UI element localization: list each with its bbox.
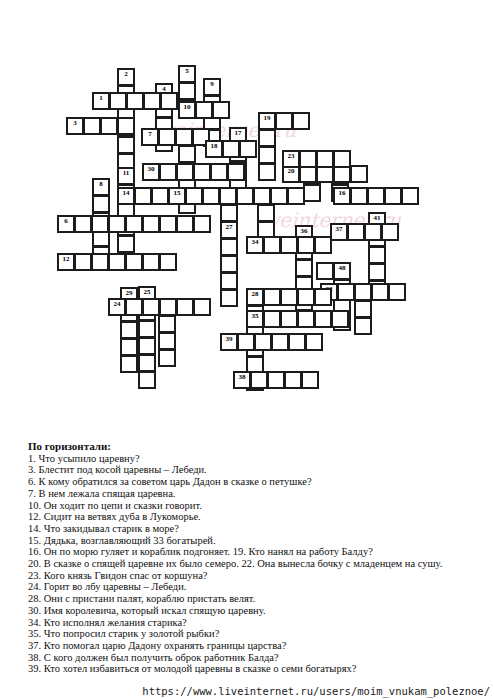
crossword-cell[interactable]: [333, 150, 351, 168]
crossword-cell[interactable]: [158, 315, 176, 333]
crossword-cell[interactable]: [270, 187, 288, 205]
clue-number: 5: [180, 68, 194, 75]
crossword-cell[interactable]: [280, 310, 298, 328]
crossword-cell[interactable]: [193, 163, 211, 181]
crossword-cell[interactable]: [120, 321, 138, 339]
crossword-cell[interactable]: [368, 246, 386, 264]
clue-line: 34. Кто исполнял желания старика?: [28, 617, 480, 629]
crossword-cell[interactable]: [384, 187, 402, 205]
crossword-cell[interactable]: [143, 92, 161, 110]
crossword-cell[interactable]: 12: [57, 253, 75, 271]
clue-number: 30: [144, 166, 158, 173]
clue-number: 3: [68, 120, 82, 127]
crossword-cell[interactable]: [74, 215, 92, 233]
crossword-cell[interactable]: 2: [117, 68, 135, 86]
crossword-cell[interactable]: [74, 253, 92, 271]
clue-number: 11: [119, 170, 133, 177]
crossword-cell[interactable]: [280, 236, 298, 254]
crossword-cell[interactable]: [210, 163, 228, 181]
crossword-cell[interactable]: [253, 187, 271, 205]
crossword-cell[interactable]: [367, 187, 385, 205]
crossword-cell[interactable]: [303, 184, 321, 202]
clue-number: 29: [122, 290, 136, 297]
crossword-cell[interactable]: [236, 187, 254, 205]
clue-line: 15. Дядька, возглавляющий 33 богатырей.: [28, 535, 480, 547]
crossword-cell[interactable]: 16: [333, 187, 351, 205]
crossword-cell[interactable]: [108, 253, 126, 271]
crossword-cell[interactable]: [125, 215, 143, 233]
crossword-cell[interactable]: [254, 333, 272, 351]
crossword-cell[interactable]: [178, 145, 196, 163]
clue-line: 6. К кому обратился за советом царь Дадо…: [28, 476, 480, 488]
crossword-cell[interactable]: 38: [233, 371, 251, 389]
crossword-cell[interactable]: [220, 289, 238, 307]
crossword-cell[interactable]: [350, 165, 368, 183]
clue-number: 14: [119, 190, 133, 197]
crossword-cell[interactable]: [284, 371, 302, 389]
crossword-cell[interactable]: [280, 288, 298, 306]
crossword-cell[interactable]: [176, 163, 194, 181]
clue-number: 23: [284, 153, 298, 160]
crossword-cell[interactable]: [263, 288, 281, 306]
clue-line: 1. Что усыпило царевну?: [28, 453, 480, 465]
crossword-cell[interactable]: [297, 310, 315, 328]
crossword-cell[interactable]: [176, 298, 194, 316]
crossword-cell[interactable]: [159, 298, 177, 316]
crossword-cell[interactable]: [350, 187, 368, 205]
crossword-cell[interactable]: [142, 253, 160, 271]
crossword-cell[interactable]: [158, 332, 176, 350]
clue-line: 28. Они с пристани палят, кораблю приста…: [28, 593, 480, 605]
crossword-cell[interactable]: [117, 235, 135, 253]
crossword-cell[interactable]: [314, 288, 332, 306]
crossword-cell[interactable]: [195, 101, 213, 119]
crossword-cell[interactable]: [220, 204, 238, 222]
crossword-cell[interactable]: 48: [333, 262, 351, 280]
crossword-cell[interactable]: 27: [220, 221, 238, 239]
crossword-cell[interactable]: 28: [246, 288, 264, 306]
clue-line: 35. Что попросил старик у золотой рыбки?: [28, 628, 480, 640]
crossword-cell[interactable]: [239, 140, 257, 158]
crossword-cell[interactable]: [125, 253, 143, 271]
crossword-cell[interactable]: [158, 128, 176, 146]
crossword-cell[interactable]: [138, 371, 156, 389]
crossword-cell[interactable]: [305, 333, 323, 351]
crossword-cell[interactable]: [117, 117, 135, 135]
crossword-cell[interactable]: [158, 349, 176, 367]
crossword-cell[interactable]: [83, 117, 101, 135]
crossword-cell[interactable]: [258, 163, 276, 181]
crossword-cell[interactable]: 19: [258, 112, 276, 130]
crossword-cell[interactable]: 35: [246, 310, 264, 328]
crossword-cell[interactable]: [237, 333, 255, 351]
clue-number: 16: [335, 190, 349, 197]
crossword-cell[interactable]: 11: [117, 167, 135, 185]
clue-number: 20: [284, 168, 298, 175]
crossword-cell[interactable]: 7: [141, 128, 159, 146]
crossword-cell[interactable]: 8: [92, 178, 110, 196]
crossword-cell[interactable]: [151, 187, 169, 205]
crossword-cell[interactable]: [354, 300, 372, 318]
crossword-cell[interactable]: 1: [92, 92, 110, 110]
crossword-cell[interactable]: [108, 215, 126, 233]
crossword-cell[interactable]: [178, 82, 196, 100]
clue-number: 41: [370, 215, 384, 222]
clue-line: 37. Кто помогал царю Дадону охранять гра…: [28, 640, 480, 652]
crossword-cell[interactable]: 37: [330, 223, 348, 241]
crossword-cell[interactable]: [314, 310, 332, 328]
crossword-cell[interactable]: [138, 337, 156, 355]
clue-line: 39. Кто хотел избавиться от молодой царе…: [28, 663, 480, 675]
crossword-cell[interactable]: 30: [142, 163, 160, 181]
crossword-cell[interactable]: [297, 288, 315, 306]
crossword-cell[interactable]: 15: [168, 187, 186, 205]
clue-number: 35: [248, 313, 262, 320]
crossword-cell[interactable]: [176, 215, 194, 233]
crossword-cell[interactable]: 5: [178, 65, 196, 83]
clue-line: 38. С кого должен был получить оброк раб…: [28, 652, 480, 664]
crossword-cell[interactable]: [92, 195, 110, 213]
crossword-cell[interactable]: [120, 338, 138, 356]
crossword-cell[interactable]: [316, 150, 334, 168]
crossword-cell[interactable]: [337, 283, 355, 301]
crossword-cell[interactable]: [193, 215, 211, 233]
crossword-cell[interactable]: [120, 355, 138, 373]
clue-number: 9: [205, 81, 219, 88]
crossword-cell[interactable]: [175, 128, 193, 146]
clue-number: 36: [297, 228, 311, 235]
crossword-cell[interactable]: [220, 272, 238, 290]
clue-number: 6: [59, 218, 73, 225]
crossword-cell[interactable]: [126, 92, 144, 110]
clue-number: 27: [222, 224, 236, 231]
clue-number: 15: [170, 190, 184, 197]
clue-number: 8: [94, 181, 108, 188]
crossword-cell[interactable]: [117, 136, 135, 154]
crossword-cell[interactable]: [354, 317, 372, 335]
crossword-cell[interactable]: [295, 259, 313, 277]
crossword-cell[interactable]: [159, 215, 177, 233]
crossword-cell[interactable]: [219, 187, 237, 205]
crossword-cell[interactable]: [263, 236, 281, 254]
crossword-cell[interactable]: [258, 146, 276, 164]
crossword-cell[interactable]: [292, 112, 310, 130]
crossword-cell[interactable]: 6: [57, 215, 75, 233]
crossword-cell[interactable]: [202, 187, 220, 205]
crossword-cell[interactable]: [257, 204, 275, 222]
crossword-cell[interactable]: [250, 371, 268, 389]
crossword-cell[interactable]: [222, 140, 240, 158]
crossword-cell[interactable]: [138, 320, 156, 338]
crossword-cell[interactable]: [371, 283, 389, 301]
clue-line: 30. Имя королевича, который искал спящую…: [28, 605, 480, 617]
crossword-cell[interactable]: 9: [203, 78, 221, 96]
crossword-cell[interactable]: [388, 283, 406, 301]
clue-number: 10: [180, 104, 194, 111]
crossword-cell[interactable]: [159, 163, 177, 181]
clue-number: 19: [260, 115, 274, 122]
crossword-cell[interactable]: 3: [66, 117, 84, 135]
crossword-cell[interactable]: [134, 187, 152, 205]
crossword-cell[interactable]: [212, 101, 230, 119]
crossword-cell[interactable]: [227, 163, 245, 181]
crossword-cell[interactable]: [100, 117, 118, 135]
crossword-cell[interactable]: [297, 236, 315, 254]
crossword-cell[interactable]: [331, 310, 349, 328]
clue-number: 37: [332, 226, 346, 233]
clue-number: 17: [231, 130, 245, 137]
crossword-cell[interactable]: [263, 310, 281, 328]
crossword-cell[interactable]: [91, 253, 109, 271]
clue-line: 12. Сидит на ветвях дуба в Лукоморье.: [28, 511, 480, 523]
clue-line: 20. В сказке о спящей царевне их было се…: [28, 558, 480, 570]
crossword-cell[interactable]: 14: [117, 187, 135, 205]
crossword-cell[interactable]: [109, 92, 127, 110]
crossword-cell[interactable]: [142, 298, 160, 316]
crossword-cell[interactable]: [368, 263, 386, 281]
crossword-cell[interactable]: [401, 187, 419, 205]
crossword-cell[interactable]: 23: [282, 150, 300, 168]
crossword-cell[interactable]: [138, 354, 156, 372]
crossword-cell[interactable]: [381, 223, 399, 241]
crossword-cell[interactable]: [193, 298, 211, 316]
crossword-cell[interactable]: [91, 215, 109, 233]
crossword-cell[interactable]: [287, 187, 305, 205]
clue-number: 34: [248, 239, 262, 246]
crossword-cell[interactable]: 24: [108, 298, 126, 316]
crossword-cell[interactable]: [288, 333, 306, 351]
crossword-cell[interactable]: 39: [220, 333, 238, 351]
clue-number: 28: [248, 291, 262, 298]
crossword-cell[interactable]: [125, 298, 143, 316]
crossword-cell[interactable]: [271, 333, 289, 351]
clue-number: 12: [59, 256, 73, 263]
source-url: https://www.liveinternet.ru/users/moim_v…: [142, 685, 490, 697]
crossword-cell[interactable]: [301, 371, 319, 389]
clue-line: 3. Блестит под косой царевны – Лебеди.: [28, 464, 480, 476]
crossword-cell[interactable]: [267, 371, 285, 389]
crossword-cell[interactable]: [347, 223, 365, 241]
clue-number: 24: [110, 301, 124, 308]
crossword-cell[interactable]: [220, 255, 238, 273]
clue-line: 10. Он ходит по цепи и сказки говорит.: [28, 500, 480, 512]
clues-section: По горизонтали: 1. Что усыпило царевну?3…: [28, 441, 480, 675]
clue-number: 25: [140, 289, 154, 296]
clue-line: 7. В нем лежала спящая царевна.: [28, 488, 480, 500]
crossword-cell[interactable]: 34: [246, 236, 264, 254]
clue-line: 14. Что закидывал старик в море?: [28, 523, 480, 535]
crossword-cell[interactable]: 10: [178, 101, 196, 119]
crossword-cell[interactable]: [185, 187, 203, 205]
clue-line: 24. Горит во лбу царевны – Лебеди.: [28, 581, 480, 593]
crossword-cell[interactable]: [316, 262, 334, 280]
clue-number: 1: [94, 95, 108, 102]
clue-number: 7: [143, 131, 157, 138]
clue-line: 23. Кого князь Гвидон спас от коршуна?: [28, 570, 480, 582]
crossword-cell[interactable]: [354, 283, 372, 301]
crossword-cell[interactable]: [275, 112, 293, 130]
clue-number: 48: [335, 265, 349, 272]
crossword-cell[interactable]: 18: [205, 140, 223, 158]
clues-header: По горизонтали:: [28, 441, 480, 453]
crossword-cell[interactable]: [142, 215, 160, 233]
clue-number: 2: [119, 71, 133, 78]
crossword-cell[interactable]: [364, 223, 382, 241]
crossword-cell[interactable]: [258, 129, 276, 147]
crossword-grid: liveinternet.ruliveinternet.ru2458911131…: [0, 0, 494, 440]
crossword-cell[interactable]: [220, 238, 238, 256]
crossword-cell[interactable]: [160, 92, 178, 110]
clue-line: 16. Он по морю гуляет и кораблик подгоня…: [28, 546, 480, 558]
clue-list: 1. Что усыпило царевну?3. Блестит под ко…: [28, 453, 480, 675]
clue-number: 18: [207, 143, 221, 150]
crossword-cell[interactable]: [159, 253, 177, 271]
clue-number: 39: [222, 336, 236, 343]
crossword-cell[interactable]: [299, 150, 317, 168]
clue-number: 38: [235, 374, 249, 381]
